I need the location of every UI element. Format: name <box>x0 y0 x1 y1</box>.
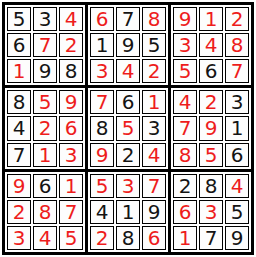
cell-r7c1[interactable]: 9 <box>7 174 31 198</box>
cell-r7c5[interactable]: 3 <box>116 174 140 198</box>
cell-r4c1[interactable]: 8 <box>7 90 31 114</box>
cell-r6c7[interactable]: 8 <box>173 143 197 167</box>
cell-r2c6[interactable]: 5 <box>142 33 166 57</box>
cell-r3c3[interactable]: 8 <box>59 59 83 83</box>
cell-r9c7[interactable]: 1 <box>173 226 197 250</box>
cell-r8c4[interactable]: 4 <box>90 200 114 224</box>
cell-r3c8[interactable]: 6 <box>199 59 223 83</box>
sudoku-box-5: 761853924 <box>88 88 168 168</box>
cell-r3c2[interactable]: 9 <box>33 59 57 83</box>
cell-r6c9[interactable]: 6 <box>225 143 249 167</box>
cell-r4c7[interactable]: 4 <box>173 90 197 114</box>
cell-r7c4[interactable]: 5 <box>90 174 114 198</box>
cell-r3c1[interactable]: 1 <box>7 59 31 83</box>
cell-r6c4[interactable]: 9 <box>90 143 114 167</box>
cell-r2c4[interactable]: 1 <box>90 33 114 57</box>
cell-r5c4[interactable]: 8 <box>90 116 114 140</box>
cell-r8c8[interactable]: 3 <box>199 200 223 224</box>
cell-r2c2[interactable]: 7 <box>33 33 57 57</box>
cell-r4c3[interactable]: 9 <box>59 90 83 114</box>
cell-r8c5[interactable]: 1 <box>116 200 140 224</box>
sudoku-box-9: 284635179 <box>171 172 251 252</box>
cell-r9c5[interactable]: 8 <box>116 226 140 250</box>
cell-r1c8[interactable]: 1 <box>199 7 223 31</box>
cell-r4c8[interactable]: 2 <box>199 90 223 114</box>
cell-r9c2[interactable]: 4 <box>33 226 57 250</box>
cell-r9c6[interactable]: 6 <box>142 226 166 250</box>
cell-r1c6[interactable]: 8 <box>142 7 166 31</box>
cell-r1c1[interactable]: 5 <box>7 7 31 31</box>
cell-r6c3[interactable]: 3 <box>59 143 83 167</box>
cell-r6c8[interactable]: 5 <box>199 143 223 167</box>
sudoku-box-1: 534672198 <box>5 5 85 85</box>
cell-r7c3[interactable]: 1 <box>59 174 83 198</box>
cell-r9c1[interactable]: 3 <box>7 226 31 250</box>
cell-r9c4[interactable]: 2 <box>90 226 114 250</box>
cell-r9c8[interactable]: 7 <box>199 226 223 250</box>
cell-r3c6[interactable]: 2 <box>142 59 166 83</box>
cell-r8c9[interactable]: 5 <box>225 200 249 224</box>
cell-r3c7[interactable]: 5 <box>173 59 197 83</box>
cell-r3c9[interactable]: 7 <box>225 59 249 83</box>
cell-r6c1[interactable]: 7 <box>7 143 31 167</box>
cell-r2c3[interactable]: 2 <box>59 33 83 57</box>
cell-r1c7[interactable]: 9 <box>173 7 197 31</box>
cell-r5c9[interactable]: 1 <box>225 116 249 140</box>
cell-r6c2[interactable]: 1 <box>33 143 57 167</box>
cell-r5c1[interactable]: 4 <box>7 116 31 140</box>
cell-r7c8[interactable]: 8 <box>199 174 223 198</box>
cell-r4c9[interactable]: 3 <box>225 90 249 114</box>
cell-r5c3[interactable]: 6 <box>59 116 83 140</box>
sudoku-box-3: 912348567 <box>171 5 251 85</box>
sudoku-board: 5346721986781953429123485678594267137618… <box>2 2 254 255</box>
cell-r9c3[interactable]: 5 <box>59 226 83 250</box>
cell-r2c7[interactable]: 3 <box>173 33 197 57</box>
cell-r3c5[interactable]: 4 <box>116 59 140 83</box>
sudoku-box-6: 423791856 <box>171 88 251 168</box>
cell-r7c9[interactable]: 4 <box>225 174 249 198</box>
cell-r4c4[interactable]: 7 <box>90 90 114 114</box>
cell-r1c2[interactable]: 3 <box>33 7 57 31</box>
cell-r1c4[interactable]: 6 <box>90 7 114 31</box>
cell-r8c3[interactable]: 7 <box>59 200 83 224</box>
cell-r1c5[interactable]: 7 <box>116 7 140 31</box>
cell-r8c6[interactable]: 9 <box>142 200 166 224</box>
cell-r5c5[interactable]: 5 <box>116 116 140 140</box>
cell-r7c6[interactable]: 7 <box>142 174 166 198</box>
cell-r2c9[interactable]: 8 <box>225 33 249 57</box>
cell-r2c8[interactable]: 4 <box>199 33 223 57</box>
cell-r8c7[interactable]: 6 <box>173 200 197 224</box>
sudoku-box-7: 961287345 <box>5 172 85 252</box>
cell-r3c4[interactable]: 3 <box>90 59 114 83</box>
cell-r4c6[interactable]: 1 <box>142 90 166 114</box>
cell-r4c2[interactable]: 5 <box>33 90 57 114</box>
cell-r8c1[interactable]: 2 <box>7 200 31 224</box>
cell-r1c3[interactable]: 4 <box>59 7 83 31</box>
sudoku-screenshot: 5346721986781953429123485678594267137618… <box>0 0 256 257</box>
cell-r8c2[interactable]: 8 <box>33 200 57 224</box>
cell-r9c9[interactable]: 9 <box>225 226 249 250</box>
cell-r1c9[interactable]: 2 <box>225 7 249 31</box>
cell-r7c7[interactable]: 2 <box>173 174 197 198</box>
cell-r5c6[interactable]: 3 <box>142 116 166 140</box>
sudoku-box-4: 859426713 <box>5 88 85 168</box>
sudoku-box-2: 678195342 <box>88 5 168 85</box>
sudoku-box-8: 537419286 <box>88 172 168 252</box>
cell-r4c5[interactable]: 6 <box>116 90 140 114</box>
cell-r6c5[interactable]: 2 <box>116 143 140 167</box>
cell-r2c1[interactable]: 6 <box>7 33 31 57</box>
cell-r6c6[interactable]: 4 <box>142 143 166 167</box>
cell-r2c5[interactable]: 9 <box>116 33 140 57</box>
cell-r5c8[interactable]: 9 <box>199 116 223 140</box>
cell-r5c7[interactable]: 7 <box>173 116 197 140</box>
cell-r5c2[interactable]: 2 <box>33 116 57 140</box>
cell-r7c2[interactable]: 6 <box>33 174 57 198</box>
